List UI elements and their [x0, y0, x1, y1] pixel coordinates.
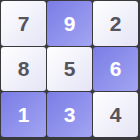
tile-number: 7 [18, 13, 30, 34]
tile-r0c2[interactable]: 2 [93, 1, 138, 46]
tile-number: 4 [110, 104, 122, 125]
tile-r0c1[interactable]: 9 [47, 1, 92, 46]
tile-r2c0[interactable]: 1 [1, 92, 46, 137]
tile-r2c2[interactable]: 4 [93, 92, 138, 137]
tile-number: 5 [64, 58, 76, 79]
tile-number: 6 [110, 58, 122, 79]
puzzle-board: 7 9 2 8 5 6 1 3 4 [0, 0, 140, 140]
tile-number: 9 [64, 13, 76, 34]
tile-number: 1 [18, 104, 30, 125]
tile-number: 3 [64, 104, 76, 125]
tile-number: 2 [110, 13, 122, 34]
tile-r0c0[interactable]: 7 [1, 1, 46, 46]
tile-r1c0[interactable]: 8 [1, 47, 46, 92]
tile-r2c1[interactable]: 3 [47, 92, 92, 137]
tile-number: 8 [18, 58, 30, 79]
tile-r1c2[interactable]: 6 [93, 47, 138, 92]
tile-r1c1[interactable]: 5 [47, 47, 92, 92]
